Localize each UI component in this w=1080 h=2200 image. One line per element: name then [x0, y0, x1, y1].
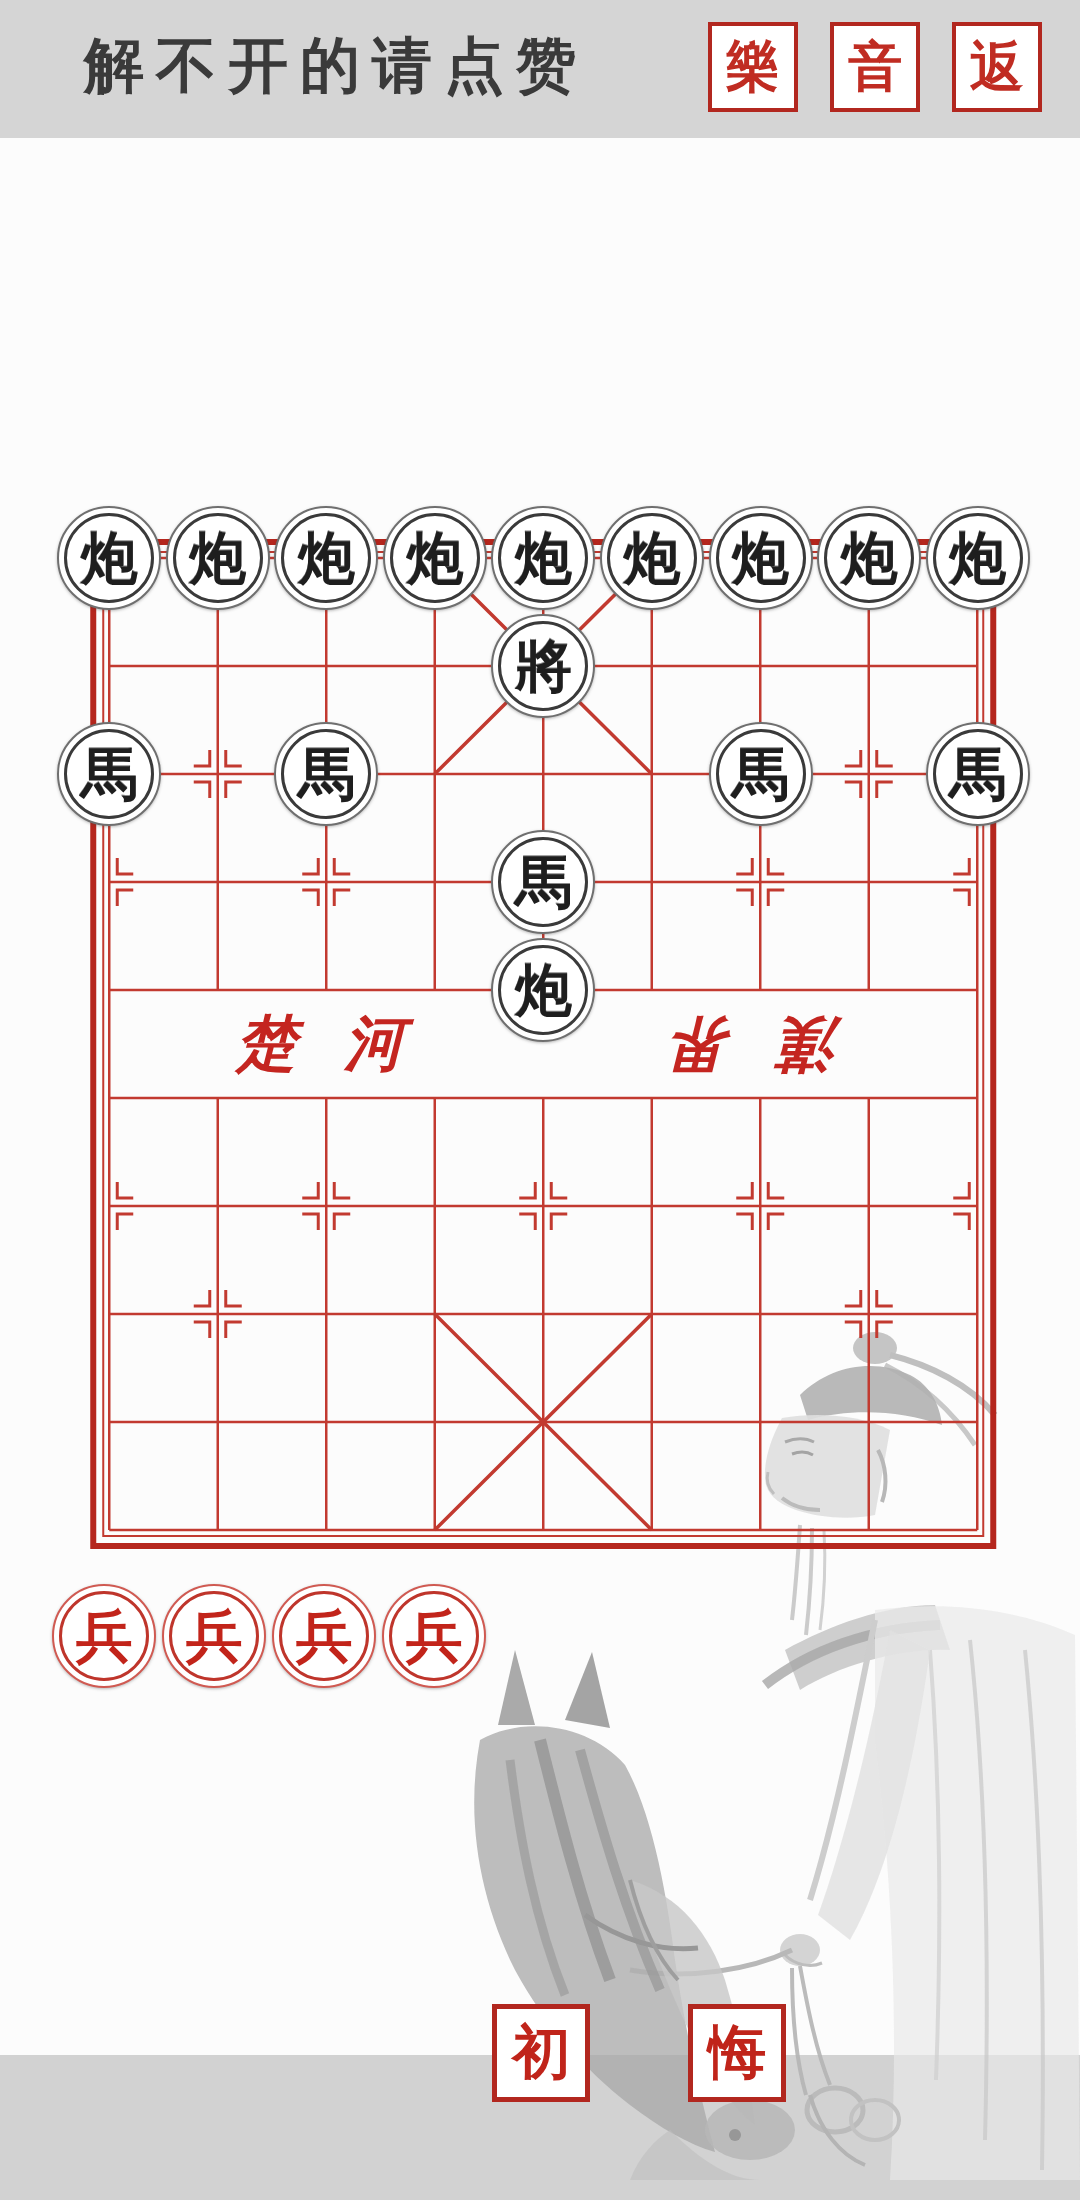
reset-button[interactable]: 初 — [492, 2004, 590, 2102]
board-piece-black-馬[interactable]: 馬 — [709, 722, 813, 826]
piece-label: 馬 — [515, 854, 572, 911]
page-title: 解不开的请点赞 — [84, 26, 588, 107]
piece-label: 炮 — [515, 962, 572, 1019]
tray-piece-red-兵[interactable]: 兵 — [52, 1584, 156, 1688]
board-piece-black-馬[interactable]: 馬 — [926, 722, 1030, 826]
sound-button[interactable]: 音 — [830, 22, 920, 112]
piece-label: 炮 — [406, 530, 463, 587]
piece-label: 將 — [515, 638, 572, 695]
piece-label: 兵 — [406, 1608, 463, 1665]
board-piece-black-將[interactable]: 將 — [491, 614, 595, 718]
board-piece-black-炮[interactable]: 炮 — [383, 506, 487, 610]
piece-label: 馬 — [298, 746, 355, 803]
music-button[interactable]: 樂 — [708, 22, 798, 112]
pieces-layer: 炮炮炮炮炮炮炮炮炮將馬馬馬馬馬炮 — [55, 504, 1032, 1584]
piece-label: 兵 — [296, 1608, 353, 1665]
board-piece-black-馬[interactable]: 馬 — [274, 722, 378, 826]
piece-label: 炮 — [298, 530, 355, 587]
piece-label: 炮 — [189, 530, 246, 587]
red-piece-tray: 兵兵兵兵 — [52, 1584, 486, 1688]
board-piece-black-炮[interactable]: 炮 — [817, 506, 921, 610]
board-piece-black-馬[interactable]: 馬 — [491, 830, 595, 934]
piece-label: 馬 — [81, 746, 138, 803]
piece-label: 炮 — [949, 530, 1006, 587]
board-piece-black-炮[interactable]: 炮 — [491, 506, 595, 610]
piece-label: 炮 — [732, 530, 789, 587]
piece-label: 兵 — [76, 1608, 133, 1665]
board-piece-black-炮[interactable]: 炮 — [274, 506, 378, 610]
piece-label: 炮 — [81, 530, 138, 587]
piece-label: 炮 — [624, 530, 681, 587]
piece-label: 馬 — [949, 746, 1006, 803]
board-piece-black-炮[interactable]: 炮 — [926, 506, 1030, 610]
app-screen: 解不开的请点赞 樂 音 返 楚河 漢界 炮炮炮炮炮炮炮炮炮將馬馬馬馬馬炮 兵兵兵… — [0, 0, 1080, 2200]
tray-piece-red-兵[interactable]: 兵 — [382, 1584, 486, 1688]
undo-button[interactable]: 悔 — [688, 2004, 786, 2102]
board-piece-black-炮[interactable]: 炮 — [57, 506, 161, 610]
board-piece-black-炮[interactable]: 炮 — [166, 506, 270, 610]
tray-piece-red-兵[interactable]: 兵 — [162, 1584, 266, 1688]
board-piece-black-炮[interactable]: 炮 — [491, 938, 595, 1042]
board-piece-black-馬[interactable]: 馬 — [57, 722, 161, 826]
back-button[interactable]: 返 — [952, 22, 1042, 112]
board-piece-black-炮[interactable]: 炮 — [600, 506, 704, 610]
piece-label: 馬 — [732, 746, 789, 803]
piece-label: 炮 — [841, 530, 898, 587]
board-piece-black-炮[interactable]: 炮 — [709, 506, 813, 610]
xiangqi-board[interactable]: 楚河 漢界 炮炮炮炮炮炮炮炮炮將馬馬馬馬馬炮 — [55, 504, 1032, 1584]
tray-piece-red-兵[interactable]: 兵 — [272, 1584, 376, 1688]
piece-label: 兵 — [186, 1608, 243, 1665]
piece-label: 炮 — [515, 530, 572, 587]
header-bar: 解不开的请点赞 樂 音 返 — [0, 0, 1080, 138]
